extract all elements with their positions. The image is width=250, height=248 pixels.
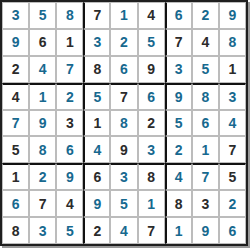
cell-r8c7-given: 8 bbox=[165, 190, 192, 217]
cell-r2c2-given: 6 bbox=[29, 29, 56, 56]
cell-r3c4-given: 8 bbox=[83, 56, 110, 83]
cell-r5c6-given: 2 bbox=[138, 110, 165, 137]
cell-r6c8-entry[interactable]: 1 bbox=[192, 136, 219, 163]
cell-r9c5-entry[interactable]: 4 bbox=[110, 217, 137, 244]
cell-r1c4-given: 7 bbox=[83, 2, 110, 29]
cell-r6c9-given: 7 bbox=[219, 136, 246, 163]
cell-r8c6-entry[interactable]: 1 bbox=[138, 190, 165, 217]
cell-r7c3-entry[interactable]: 9 bbox=[56, 163, 83, 190]
cell-r9c9-entry[interactable]: 6 bbox=[219, 217, 246, 244]
cell-r9c4-given: 2 bbox=[83, 217, 110, 244]
cell-r4c7-entry[interactable]: 9 bbox=[165, 83, 192, 110]
cell-r2c1-entry[interactable]: 9 bbox=[2, 29, 29, 56]
cell-r1c8-entry[interactable]: 2 bbox=[192, 2, 219, 29]
cell-r3c7-entry[interactable]: 3 bbox=[165, 56, 192, 83]
cell-r3c5-entry[interactable]: 6 bbox=[110, 56, 137, 83]
cell-r9c2-entry[interactable]: 3 bbox=[29, 217, 56, 244]
cell-r5c9-entry[interactable]: 4 bbox=[219, 110, 246, 137]
cell-r2c8-given: 4 bbox=[192, 29, 219, 56]
cell-r9c3-entry[interactable]: 5 bbox=[56, 217, 83, 244]
cell-r8c5-entry[interactable]: 5 bbox=[110, 190, 137, 217]
cell-r3c9-given: 1 bbox=[219, 56, 246, 83]
cell-r4c6-entry[interactable]: 6 bbox=[138, 83, 165, 110]
cell-r5c2-entry[interactable]: 9 bbox=[29, 110, 56, 137]
cell-r3c2-entry[interactable]: 4 bbox=[29, 56, 56, 83]
cell-r6c4-entry[interactable]: 4 bbox=[83, 136, 110, 163]
cell-r9c8-entry[interactable]: 9 bbox=[192, 217, 219, 244]
cell-r7c9-given: 5 bbox=[219, 163, 246, 190]
cell-r4c9-entry[interactable]: 3 bbox=[219, 83, 246, 110]
cell-r4c4-entry[interactable]: 5 bbox=[83, 83, 110, 110]
cell-r7c8-entry[interactable]: 7 bbox=[192, 163, 219, 190]
cell-r7c4-given: 6 bbox=[83, 163, 110, 190]
cell-r3c6-given: 9 bbox=[138, 56, 165, 83]
cell-r4c8-entry[interactable]: 8 bbox=[192, 83, 219, 110]
cell-r6c7-entry[interactable]: 2 bbox=[165, 136, 192, 163]
cell-r1c3-entry[interactable]: 8 bbox=[56, 2, 83, 29]
cell-r1c9-entry[interactable]: 9 bbox=[219, 2, 246, 29]
cell-r1c6-given: 4 bbox=[138, 2, 165, 29]
cell-r5c1-entry[interactable]: 7 bbox=[2, 110, 29, 137]
cell-r5c3-given: 3 bbox=[56, 110, 83, 137]
cell-r9c1-given: 8 bbox=[2, 217, 29, 244]
sudoku-app: 3587146299613257482478693514125769837931… bbox=[0, 0, 250, 248]
cell-r5c8-entry[interactable]: 6 bbox=[192, 110, 219, 137]
cell-r8c8-given: 3 bbox=[192, 190, 219, 217]
cell-r7c2-entry[interactable]: 2 bbox=[29, 163, 56, 190]
cell-r2c7-given: 7 bbox=[165, 29, 192, 56]
cell-r6c6-entry[interactable]: 3 bbox=[138, 136, 165, 163]
cell-r7c1-given: 1 bbox=[2, 163, 29, 190]
sudoku-board: 3587146299613257482478693514125769837931… bbox=[0, 0, 248, 246]
cell-r8c4-entry[interactable]: 9 bbox=[83, 190, 110, 217]
cell-r4c3-entry[interactable]: 2 bbox=[56, 83, 83, 110]
cell-r4c2-entry[interactable]: 1 bbox=[29, 83, 56, 110]
cell-r7c7-entry[interactable]: 4 bbox=[165, 163, 192, 190]
cell-r6c3-entry[interactable]: 6 bbox=[56, 136, 83, 163]
cell-r6c5-given: 9 bbox=[110, 136, 137, 163]
cell-r7c6-given: 8 bbox=[138, 163, 165, 190]
cell-r2c9-entry[interactable]: 8 bbox=[219, 29, 246, 56]
cell-r8c9-entry[interactable]: 2 bbox=[219, 190, 246, 217]
cell-r1c1-entry[interactable]: 3 bbox=[2, 2, 29, 29]
cell-r3c8-entry[interactable]: 5 bbox=[192, 56, 219, 83]
cell-r1c5-entry[interactable]: 1 bbox=[110, 2, 137, 29]
cell-r5c5-entry[interactable]: 8 bbox=[110, 110, 137, 137]
cell-r4c1-given: 4 bbox=[2, 83, 29, 110]
cell-r4c5-given: 7 bbox=[110, 83, 137, 110]
cell-r5c4-given: 1 bbox=[83, 110, 110, 137]
cell-r8c3-given: 4 bbox=[56, 190, 83, 217]
cell-r8c2-given: 7 bbox=[29, 190, 56, 217]
cell-r2c5-entry[interactable]: 2 bbox=[110, 29, 137, 56]
cell-r9c6-given: 7 bbox=[138, 217, 165, 244]
cell-r6c2-entry[interactable]: 8 bbox=[29, 136, 56, 163]
cell-r2c3-given: 1 bbox=[56, 29, 83, 56]
cell-r1c7-entry[interactable]: 6 bbox=[165, 2, 192, 29]
cell-r2c4-entry[interactable]: 3 bbox=[83, 29, 110, 56]
cell-r2c6-entry[interactable]: 5 bbox=[138, 29, 165, 56]
cell-r1c2-entry[interactable]: 5 bbox=[29, 2, 56, 29]
cell-r8c1-entry[interactable]: 6 bbox=[2, 190, 29, 217]
cell-r5c7-entry[interactable]: 5 bbox=[165, 110, 192, 137]
cell-r9c7-entry[interactable]: 1 bbox=[165, 217, 192, 244]
cell-r7c5-entry[interactable]: 3 bbox=[110, 163, 137, 190]
cell-r3c1-given: 2 bbox=[2, 56, 29, 83]
cell-r6c1-given: 5 bbox=[2, 136, 29, 163]
cell-r3c3-entry[interactable]: 7 bbox=[56, 56, 83, 83]
